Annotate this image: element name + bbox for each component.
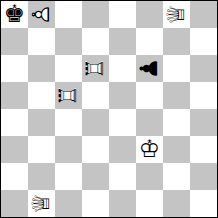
queen-glyph-outline: ♕ [28, 190, 55, 217]
square-b1[interactable]: ♛♕ [28, 190, 55, 217]
square-h6[interactable] [190, 55, 217, 82]
square-f3[interactable]: ♚♔ [136, 136, 163, 163]
white-queen-rotated-b1[interactable]: ♛♕ [28, 190, 55, 217]
square-g1[interactable] [163, 190, 190, 217]
square-e2[interactable] [109, 163, 136, 190]
square-a4[interactable] [1, 109, 28, 136]
white-rook-rotated-d6[interactable]: ♜♖ [82, 55, 109, 82]
white-rook-rotated-c5[interactable]: ♜♖ [55, 82, 82, 109]
square-b6[interactable] [28, 55, 55, 82]
black-king-a8[interactable]: ♚ [1, 1, 28, 28]
square-a8[interactable]: ♚ [1, 1, 28, 28]
square-c4[interactable] [55, 109, 82, 136]
square-h7[interactable] [190, 28, 217, 55]
square-c2[interactable] [55, 163, 82, 190]
square-a1[interactable] [1, 190, 28, 217]
square-e5[interactable] [109, 82, 136, 109]
square-g4[interactable] [163, 109, 190, 136]
square-b2[interactable] [28, 163, 55, 190]
square-f4[interactable] [136, 109, 163, 136]
square-g8[interactable]: ♛♕ [163, 1, 190, 28]
square-c3[interactable] [55, 136, 82, 163]
square-g2[interactable] [163, 163, 190, 190]
square-g5[interactable] [163, 82, 190, 109]
square-e6[interactable] [109, 55, 136, 82]
square-g6[interactable] [163, 55, 190, 82]
square-e4[interactable] [109, 109, 136, 136]
square-a7[interactable] [1, 28, 28, 55]
square-f6[interactable]: ♟ [136, 55, 163, 82]
square-b3[interactable] [28, 136, 55, 163]
square-b4[interactable] [28, 109, 55, 136]
king-glyph-outline: ♔ [136, 136, 163, 163]
square-c8[interactable] [55, 1, 82, 28]
square-e3[interactable] [109, 136, 136, 163]
square-b8[interactable]: ♟♙ [28, 1, 55, 28]
square-h2[interactable] [190, 163, 217, 190]
square-d4[interactable] [82, 109, 109, 136]
chess-board-frame: ♚♟♙♛♕♜♖♟♜♖♚♔♛♕ [0, 0, 218, 218]
black-pawn-rotated-f6[interactable]: ♟ [136, 55, 163, 82]
square-c5[interactable]: ♜♖ [55, 82, 82, 109]
square-d8[interactable] [82, 1, 109, 28]
white-king-f3[interactable]: ♚♔ [136, 136, 163, 163]
square-d3[interactable] [82, 136, 109, 163]
rook-glyph-outline: ♖ [55, 82, 82, 109]
square-d6[interactable]: ♜♖ [82, 55, 109, 82]
square-h8[interactable] [190, 1, 217, 28]
queen-glyph-outline: ♕ [163, 1, 190, 28]
square-f7[interactable] [136, 28, 163, 55]
square-g7[interactable] [163, 28, 190, 55]
white-queen-rotated-g8[interactable]: ♛♕ [163, 1, 190, 28]
chess-board: ♚♟♙♛♕♜♖♟♜♖♚♔♛♕ [1, 1, 217, 217]
square-d7[interactable] [82, 28, 109, 55]
square-b5[interactable] [28, 82, 55, 109]
pawn-glyph-outline: ♙ [28, 1, 55, 28]
square-h1[interactable] [190, 190, 217, 217]
square-a5[interactable] [1, 82, 28, 109]
square-e1[interactable] [109, 190, 136, 217]
square-f1[interactable] [136, 190, 163, 217]
square-b7[interactable] [28, 28, 55, 55]
square-f2[interactable] [136, 163, 163, 190]
square-d1[interactable] [82, 190, 109, 217]
square-a2[interactable] [1, 163, 28, 190]
white-pawn-rotated-b8[interactable]: ♟♙ [28, 1, 55, 28]
square-g3[interactable] [163, 136, 190, 163]
square-e7[interactable] [109, 28, 136, 55]
rook-glyph-outline: ♖ [82, 55, 109, 82]
square-e8[interactable] [109, 1, 136, 28]
square-h4[interactable] [190, 109, 217, 136]
square-a3[interactable] [1, 136, 28, 163]
square-f8[interactable] [136, 1, 163, 28]
square-d2[interactable] [82, 163, 109, 190]
square-h5[interactable] [190, 82, 217, 109]
square-h3[interactable] [190, 136, 217, 163]
square-c7[interactable] [55, 28, 82, 55]
square-c6[interactable] [55, 55, 82, 82]
square-f5[interactable] [136, 82, 163, 109]
square-c1[interactable] [55, 190, 82, 217]
square-d5[interactable] [82, 82, 109, 109]
square-a6[interactable] [1, 55, 28, 82]
